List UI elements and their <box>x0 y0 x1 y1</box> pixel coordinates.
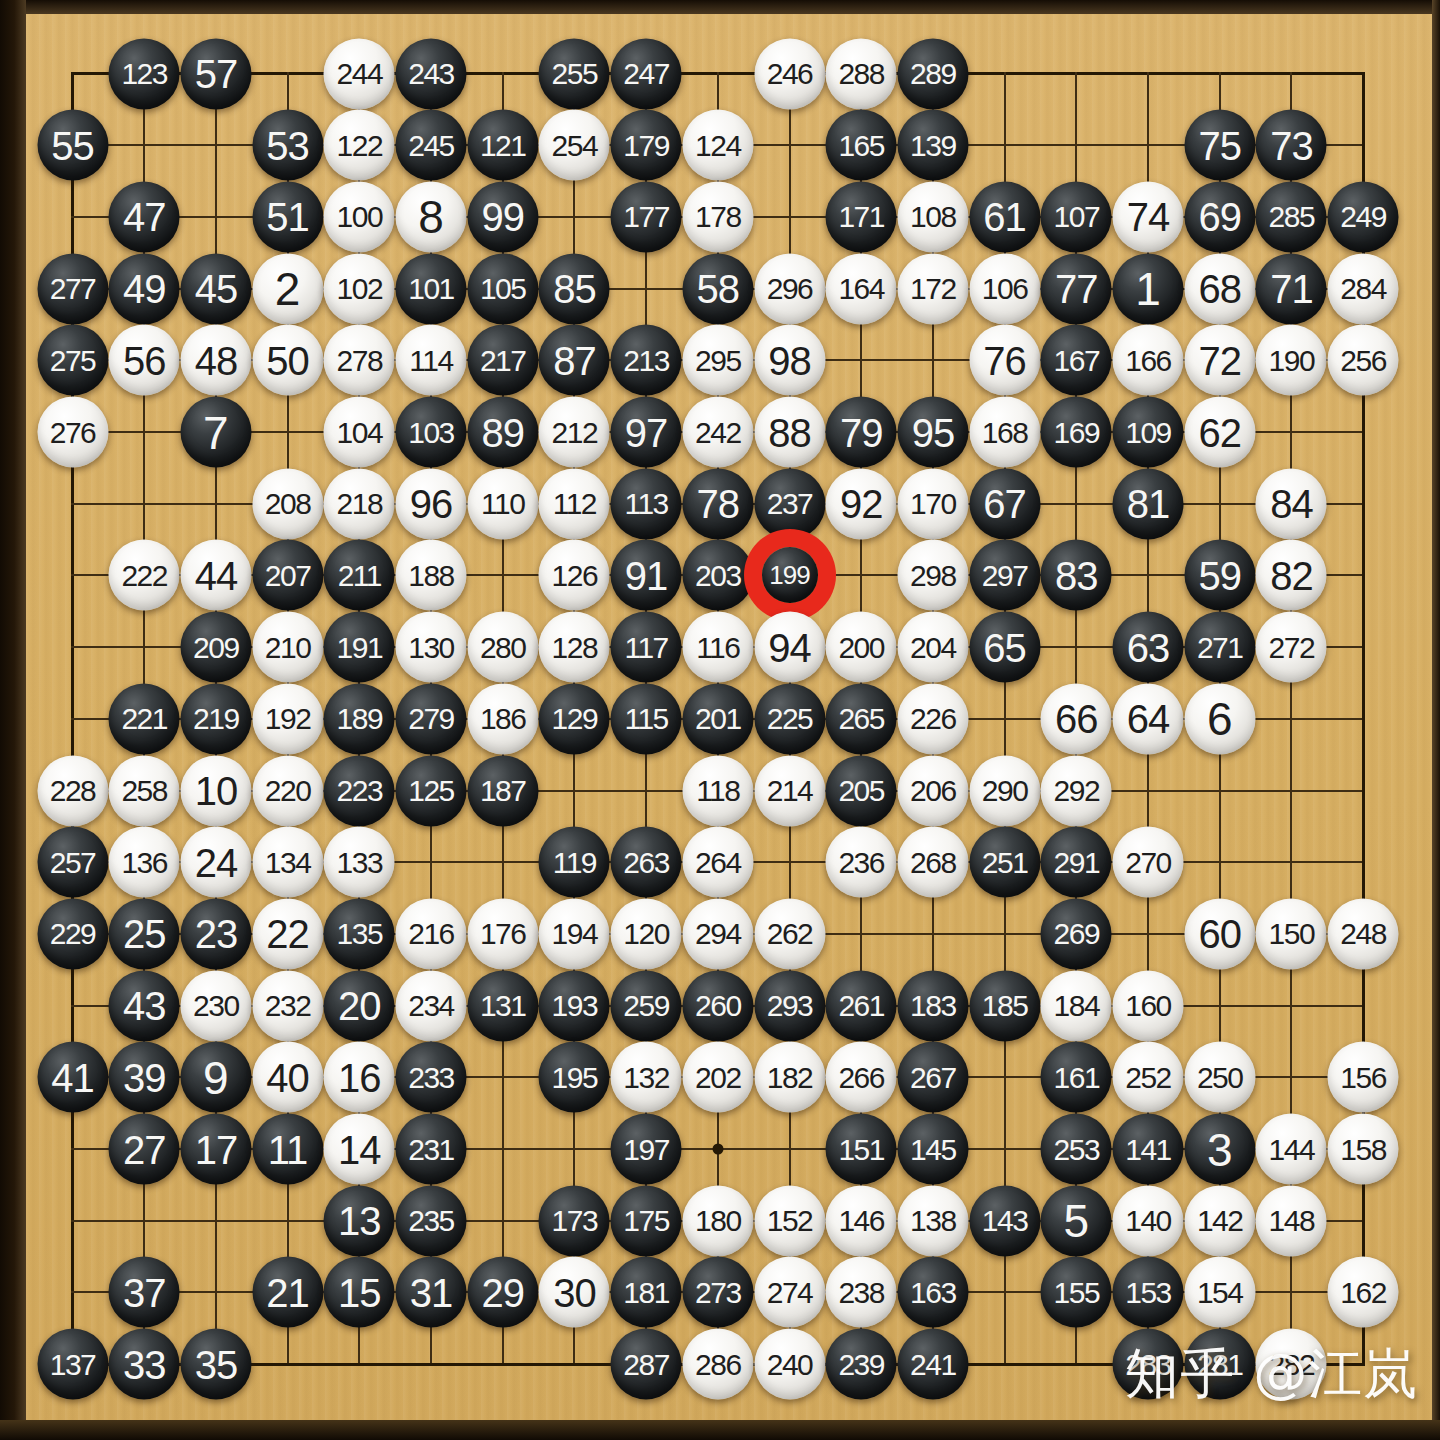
stone-white-102: 102 <box>324 253 395 324</box>
stone-black-201: 201 <box>682 683 753 754</box>
stone-white-248: 248 <box>1328 898 1399 969</box>
stone-black-219: 219 <box>180 683 251 754</box>
stone-white-172: 172 <box>897 253 968 324</box>
stone-black-287: 287 <box>611 1329 682 1400</box>
stone-black-125: 125 <box>396 755 467 826</box>
stone-white-272: 272 <box>1256 612 1327 683</box>
stone-black-171: 171 <box>826 181 897 252</box>
stone-black-3: 3 <box>1184 1114 1255 1185</box>
stone-black-43: 43 <box>109 970 180 1041</box>
stone-white-204: 204 <box>897 612 968 683</box>
stone-white-212: 212 <box>539 397 610 468</box>
stone-white-238: 238 <box>826 1257 897 1328</box>
stone-white-176: 176 <box>467 898 538 969</box>
stone-black-161: 161 <box>1041 1042 1112 1113</box>
star-point <box>712 1144 723 1155</box>
stone-black-139: 139 <box>897 110 968 181</box>
stone-white-156: 156 <box>1328 1042 1399 1113</box>
stone-white-6: 6 <box>1184 683 1255 754</box>
stone-black-97: 97 <box>611 397 682 468</box>
stone-black-233: 233 <box>396 1042 467 1113</box>
stone-white-274: 274 <box>754 1257 825 1328</box>
stone-black-145: 145 <box>897 1114 968 1185</box>
stone-black-223: 223 <box>324 755 395 826</box>
stone-black-45: 45 <box>180 253 251 324</box>
stone-black-41: 41 <box>37 1042 108 1113</box>
stone-black-273: 273 <box>682 1257 753 1328</box>
stone-black-5: 5 <box>1041 1185 1112 1256</box>
stone-black-31: 31 <box>396 1257 467 1328</box>
stone-black-29: 29 <box>467 1257 538 1328</box>
stone-black-1: 1 <box>1113 253 1184 324</box>
stone-white-208: 208 <box>252 468 323 539</box>
stone-white-164: 164 <box>826 253 897 324</box>
stone-black-49: 49 <box>109 253 180 324</box>
stone-black-23: 23 <box>180 898 251 969</box>
stone-black-47: 47 <box>109 181 180 252</box>
stone-black-187: 187 <box>467 755 538 826</box>
stone-black-183: 183 <box>897 970 968 1041</box>
stone-black-71: 71 <box>1256 253 1327 324</box>
stone-white-168: 168 <box>969 397 1040 468</box>
stone-white-40: 40 <box>252 1042 323 1113</box>
stone-white-256: 256 <box>1328 325 1399 396</box>
stone-black-78: 78 <box>682 468 753 539</box>
stone-white-142: 142 <box>1184 1185 1255 1256</box>
stone-black-221: 221 <box>109 683 180 754</box>
stone-black-213: 213 <box>611 325 682 396</box>
stone-black-55: 55 <box>37 110 108 181</box>
board-frame-bottom <box>0 1420 1440 1440</box>
stone-white-106: 106 <box>969 253 1040 324</box>
stone-black-65: 65 <box>969 612 1040 683</box>
stone-white-178: 178 <box>682 181 753 252</box>
stone-black-179: 179 <box>611 110 682 181</box>
stone-white-140: 140 <box>1113 1185 1184 1256</box>
stone-black-129: 129 <box>539 683 610 754</box>
stone-white-214: 214 <box>754 755 825 826</box>
stone-black-267: 267 <box>897 1042 968 1113</box>
stone-black-291: 291 <box>1041 827 1112 898</box>
stone-white-218: 218 <box>324 468 395 539</box>
stone-white-136: 136 <box>109 827 180 898</box>
stone-black-27: 27 <box>109 1114 180 1185</box>
stone-black-7: 7 <box>180 397 251 468</box>
stone-white-206: 206 <box>897 755 968 826</box>
stone-black-11: 11 <box>252 1114 323 1185</box>
stone-white-250: 250 <box>1184 1042 1255 1113</box>
stone-white-200: 200 <box>826 612 897 683</box>
stone-white-44: 44 <box>180 540 251 611</box>
stone-white-202: 202 <box>682 1042 753 1113</box>
stone-white-230: 230 <box>180 970 251 1041</box>
stone-black-191: 191 <box>324 612 395 683</box>
stone-white-122: 122 <box>324 110 395 181</box>
stone-white-194: 194 <box>539 898 610 969</box>
stone-white-170: 170 <box>897 468 968 539</box>
stone-black-113: 113 <box>611 468 682 539</box>
stone-white-98: 98 <box>754 325 825 396</box>
stone-black-260: 260 <box>682 970 753 1041</box>
stone-white-254: 254 <box>539 110 610 181</box>
stone-black-271: 271 <box>1184 612 1255 683</box>
stone-white-150: 150 <box>1256 898 1327 969</box>
stone-black-63: 63 <box>1113 612 1184 683</box>
stone-white-262: 262 <box>754 898 825 969</box>
stone-white-152: 152 <box>754 1185 825 1256</box>
stone-black-79: 79 <box>826 397 897 468</box>
stone-black-225: 225 <box>754 683 825 754</box>
stone-white-92: 92 <box>826 468 897 539</box>
stone-white-126: 126 <box>539 540 610 611</box>
stone-white-10: 10 <box>180 755 251 826</box>
stone-black-275: 275 <box>37 325 108 396</box>
stone-white-16: 16 <box>324 1042 395 1113</box>
stone-white-76: 76 <box>969 325 1040 396</box>
stone-black-209: 209 <box>180 612 251 683</box>
stone-black-197: 197 <box>611 1114 682 1185</box>
stone-white-110: 110 <box>467 468 538 539</box>
stone-black-119: 119 <box>539 827 610 898</box>
stone-black-237: 237 <box>754 468 825 539</box>
stone-black-58: 58 <box>682 253 753 324</box>
stone-white-146: 146 <box>826 1185 897 1256</box>
stone-white-160: 160 <box>1113 970 1184 1041</box>
watermark-text: 知乎 @江岚 <box>1125 1338 1440 1411</box>
stone-black-21: 21 <box>252 1257 323 1328</box>
stone-black-39: 39 <box>109 1042 180 1113</box>
stone-black-15: 15 <box>324 1257 395 1328</box>
stone-black-107: 107 <box>1041 181 1112 252</box>
stone-black-297: 297 <box>969 540 1040 611</box>
stone-white-116: 116 <box>682 612 753 683</box>
stone-white-298: 298 <box>897 540 968 611</box>
stone-white-22: 22 <box>252 898 323 969</box>
go-kifu-diagram: 1235724424325524724628828955531222451212… <box>0 0 1440 1440</box>
stone-black-105: 105 <box>467 253 538 324</box>
stone-black-245: 245 <box>396 110 467 181</box>
stone-black-205: 205 <box>826 755 897 826</box>
stone-black-211: 211 <box>324 540 395 611</box>
stone-black-265: 265 <box>826 683 897 754</box>
stone-black-67: 67 <box>969 468 1040 539</box>
stone-black-141: 141 <box>1113 1114 1184 1185</box>
stone-black-99: 99 <box>467 181 538 252</box>
stone-black-135: 135 <box>324 898 395 969</box>
stone-white-188: 188 <box>396 540 467 611</box>
stone-white-228: 228 <box>37 755 108 826</box>
stone-white-295: 295 <box>682 325 753 396</box>
stone-black-289: 289 <box>897 38 968 109</box>
stone-white-258: 258 <box>109 755 180 826</box>
stone-black-61: 61 <box>969 181 1040 252</box>
stone-black-247: 247 <box>611 38 682 109</box>
stone-white-182: 182 <box>754 1042 825 1113</box>
stone-black-151: 151 <box>826 1114 897 1185</box>
stone-white-270: 270 <box>1113 827 1184 898</box>
stone-white-114: 114 <box>396 325 467 396</box>
stone-black-69: 69 <box>1184 181 1255 252</box>
stone-white-286: 286 <box>682 1329 753 1400</box>
stone-black-207: 207 <box>252 540 323 611</box>
stone-white-50: 50 <box>252 325 323 396</box>
stone-white-118: 118 <box>682 755 753 826</box>
stone-white-154: 154 <box>1184 1257 1255 1328</box>
stone-black-75: 75 <box>1184 110 1255 181</box>
stone-white-184: 184 <box>1041 970 1112 1041</box>
stone-white-132: 132 <box>611 1042 682 1113</box>
stone-white-166: 166 <box>1113 325 1184 396</box>
stone-white-220: 220 <box>252 755 323 826</box>
stone-white-148: 148 <box>1256 1185 1327 1256</box>
stone-white-240: 240 <box>754 1329 825 1400</box>
stone-white-210: 210 <box>252 612 323 683</box>
stone-black-143: 143 <box>969 1185 1040 1256</box>
stone-black-17: 17 <box>180 1114 251 1185</box>
stone-black-167: 167 <box>1041 325 1112 396</box>
stone-white-74: 74 <box>1113 181 1184 252</box>
stone-black-239: 239 <box>826 1329 897 1400</box>
stone-white-112: 112 <box>539 468 610 539</box>
stone-black-169: 169 <box>1041 397 1112 468</box>
stone-black-59: 59 <box>1184 540 1255 611</box>
stone-black-255: 255 <box>539 38 610 109</box>
stone-white-100: 100 <box>324 181 395 252</box>
stone-white-268: 268 <box>897 827 968 898</box>
stone-white-94: 94 <box>754 612 825 683</box>
stone-white-108: 108 <box>897 181 968 252</box>
stone-black-175: 175 <box>611 1185 682 1256</box>
stone-white-104: 104 <box>324 397 395 468</box>
stone-black-235: 235 <box>396 1185 467 1256</box>
stone-black-20: 20 <box>324 970 395 1041</box>
stone-white-246: 246 <box>754 38 825 109</box>
stone-black-83: 83 <box>1041 540 1112 611</box>
stone-black-277: 277 <box>37 253 108 324</box>
stone-white-82: 82 <box>1256 540 1327 611</box>
stone-black-91: 91 <box>611 540 682 611</box>
stone-black-217: 217 <box>467 325 538 396</box>
stone-black-51: 51 <box>252 181 323 252</box>
stone-white-56: 56 <box>109 325 180 396</box>
stone-black-109: 109 <box>1113 397 1184 468</box>
stone-white-234: 234 <box>396 970 467 1041</box>
stone-white-276: 276 <box>37 397 108 468</box>
stone-white-66: 66 <box>1041 683 1112 754</box>
stone-black-9: 9 <box>180 1042 251 1113</box>
stone-white-216: 216 <box>396 898 467 969</box>
stone-white-192: 192 <box>252 683 323 754</box>
stone-white-8: 8 <box>396 181 467 252</box>
stone-white-252: 252 <box>1113 1042 1184 1113</box>
stone-white-144: 144 <box>1256 1114 1327 1185</box>
stone-white-133: 133 <box>324 827 395 898</box>
stone-black-115: 115 <box>611 683 682 754</box>
stone-white-60: 60 <box>1184 898 1255 969</box>
stone-black-241: 241 <box>897 1329 968 1400</box>
stone-white-290: 290 <box>969 755 1040 826</box>
stone-black-89: 89 <box>467 397 538 468</box>
stone-black-85: 85 <box>539 253 610 324</box>
stone-black-123: 123 <box>109 38 180 109</box>
stone-black-279: 279 <box>396 683 467 754</box>
stone-black-131: 131 <box>467 970 538 1041</box>
stone-white-68: 68 <box>1184 253 1255 324</box>
stone-black-173: 173 <box>539 1185 610 1256</box>
stone-black-203: 203 <box>682 540 753 611</box>
stone-black-77: 77 <box>1041 253 1112 324</box>
stone-black-37: 37 <box>109 1257 180 1328</box>
stone-white-186: 186 <box>467 683 538 754</box>
stone-black-177: 177 <box>611 181 682 252</box>
stone-white-180: 180 <box>682 1185 753 1256</box>
stone-black-199: 199 <box>762 547 818 603</box>
stone-black-193: 193 <box>539 970 610 1041</box>
stone-white-288: 288 <box>826 38 897 109</box>
stone-white-64: 64 <box>1113 683 1184 754</box>
stone-black-87: 87 <box>539 325 610 396</box>
stone-black-101: 101 <box>396 253 467 324</box>
stone-black-117: 117 <box>611 612 682 683</box>
stone-black-153: 153 <box>1113 1257 1184 1328</box>
board-frame-right <box>1432 0 1440 1440</box>
stone-white-48: 48 <box>180 325 251 396</box>
stone-white-124: 124 <box>682 110 753 181</box>
stone-white-84: 84 <box>1256 468 1327 539</box>
stone-black-261: 261 <box>826 970 897 1041</box>
stone-white-284: 284 <box>1328 253 1399 324</box>
stone-white-138: 138 <box>897 1185 968 1256</box>
stone-white-244: 244 <box>324 38 395 109</box>
stone-black-285: 285 <box>1256 181 1327 252</box>
stone-black-259: 259 <box>611 970 682 1041</box>
stone-white-30: 30 <box>539 1257 610 1328</box>
stone-white-128: 128 <box>539 612 610 683</box>
stone-white-278: 278 <box>324 325 395 396</box>
stone-white-130: 130 <box>396 612 467 683</box>
stone-white-280: 280 <box>467 612 538 683</box>
stone-black-53: 53 <box>252 110 323 181</box>
stone-black-185: 185 <box>969 970 1040 1041</box>
stone-black-251: 251 <box>969 827 1040 898</box>
stone-white-24: 24 <box>180 827 251 898</box>
stone-white-134: 134 <box>252 827 323 898</box>
stone-black-263: 263 <box>611 827 682 898</box>
stone-white-72: 72 <box>1184 325 1255 396</box>
stone-black-189: 189 <box>324 683 395 754</box>
stone-black-57: 57 <box>180 38 251 109</box>
stone-white-294: 294 <box>682 898 753 969</box>
stone-white-190: 190 <box>1256 325 1327 396</box>
stone-black-121: 121 <box>467 110 538 181</box>
stone-white-232: 232 <box>252 970 323 1041</box>
stone-black-81: 81 <box>1113 468 1184 539</box>
stone-black-155: 155 <box>1041 1257 1112 1328</box>
stone-black-229: 229 <box>37 898 108 969</box>
stone-white-14: 14 <box>324 1114 395 1185</box>
stone-black-95: 95 <box>897 397 968 468</box>
stone-black-73: 73 <box>1256 110 1327 181</box>
board-frame-left <box>0 0 26 1440</box>
stone-white-2: 2 <box>252 253 323 324</box>
stone-black-163: 163 <box>897 1257 968 1328</box>
stone-black-25: 25 <box>109 898 180 969</box>
stone-black-231: 231 <box>396 1114 467 1185</box>
stone-white-96: 96 <box>396 468 467 539</box>
stone-white-264: 264 <box>682 827 753 898</box>
stone-black-13: 13 <box>324 1185 395 1256</box>
stone-black-33: 33 <box>109 1329 180 1400</box>
stone-black-137: 137 <box>37 1329 108 1400</box>
stone-black-195: 195 <box>539 1042 610 1113</box>
stone-white-236: 236 <box>826 827 897 898</box>
stone-black-165: 165 <box>826 110 897 181</box>
stone-white-226: 226 <box>897 683 968 754</box>
stone-white-120: 120 <box>611 898 682 969</box>
stone-black-35: 35 <box>180 1329 251 1400</box>
stone-black-293: 293 <box>754 970 825 1041</box>
stone-white-88: 88 <box>754 397 825 468</box>
stone-white-62: 62 <box>1184 397 1255 468</box>
stone-black-249: 249 <box>1328 181 1399 252</box>
stone-black-103: 103 <box>396 397 467 468</box>
stone-white-162: 162 <box>1328 1257 1399 1328</box>
stone-white-158: 158 <box>1328 1114 1399 1185</box>
stone-white-242: 242 <box>682 397 753 468</box>
stone-white-292: 292 <box>1041 755 1112 826</box>
stone-black-181: 181 <box>611 1257 682 1328</box>
stone-black-257: 257 <box>37 827 108 898</box>
stone-black-243: 243 <box>396 38 467 109</box>
board-frame-top <box>0 0 1440 14</box>
stone-white-222: 222 <box>109 540 180 611</box>
stone-black-253: 253 <box>1041 1114 1112 1185</box>
stone-white-296: 296 <box>754 253 825 324</box>
stone-white-266: 266 <box>826 1042 897 1113</box>
stone-black-269: 269 <box>1041 898 1112 969</box>
